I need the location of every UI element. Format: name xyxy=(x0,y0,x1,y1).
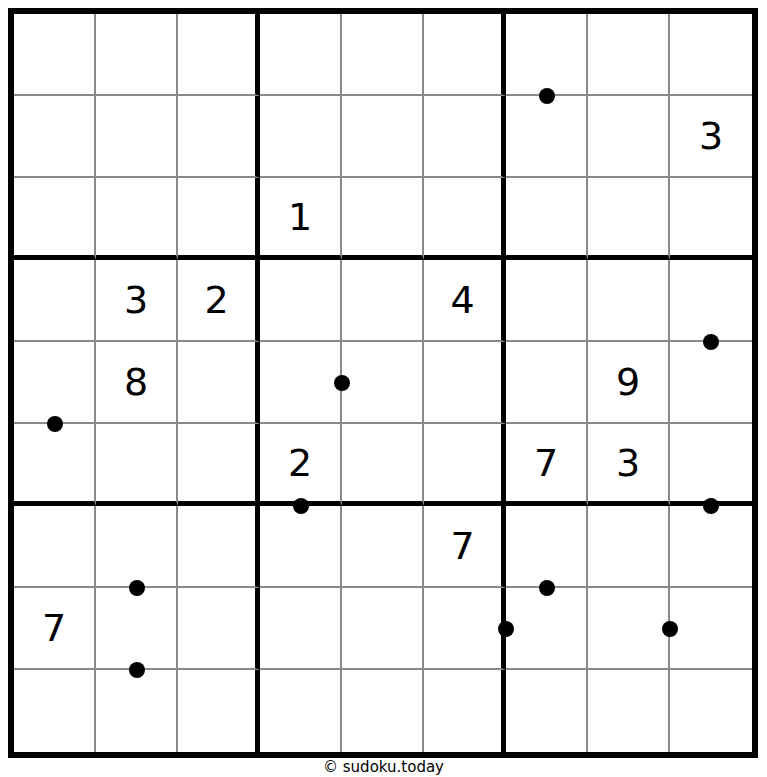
cell-r3c7[interactable] xyxy=(506,178,588,260)
cell-r5c3[interactable] xyxy=(178,342,260,424)
black-dot-R6C4-R7C4 xyxy=(293,498,309,514)
cell-r2c8[interactable] xyxy=(588,96,670,178)
cell-r6c1[interactable] xyxy=(14,424,96,506)
cell-r2c9-given: 3 xyxy=(670,96,752,178)
black-dot-R7C2-R8C2 xyxy=(129,580,145,596)
cell-r2c1[interactable] xyxy=(14,96,96,178)
cell-r6c6[interactable] xyxy=(424,424,506,506)
cell-r3c4-given: 1 xyxy=(260,178,342,260)
cell-r6c2[interactable] xyxy=(96,424,178,506)
cell-r5c1[interactable] xyxy=(14,342,96,424)
cell-r8c8[interactable] xyxy=(588,588,670,670)
cell-r3c3[interactable] xyxy=(178,178,260,260)
cell-r3c5[interactable] xyxy=(342,178,424,260)
cell-r7c7[interactable] xyxy=(506,506,588,588)
cell-r8c4[interactable] xyxy=(260,588,342,670)
cell-r7c1[interactable] xyxy=(14,506,96,588)
cell-r1c5[interactable] xyxy=(342,14,424,96)
cell-r9c3[interactable] xyxy=(178,670,260,752)
cell-r1c3[interactable] xyxy=(178,14,260,96)
sudoku-board: 313248927377 xyxy=(8,8,758,758)
black-dot-R5C4-R5C5 xyxy=(334,375,350,391)
cell-r9c1[interactable] xyxy=(14,670,96,752)
cell-r9c4[interactable] xyxy=(260,670,342,752)
black-dot-R4C9-R5C9 xyxy=(703,334,719,350)
cell-r1c6[interactable] xyxy=(424,14,506,96)
cell-r8c7[interactable] xyxy=(506,588,588,670)
cell-r5c4[interactable] xyxy=(260,342,342,424)
cell-r6c7-given: 7 xyxy=(506,424,588,506)
cell-r9c6[interactable] xyxy=(424,670,506,752)
cell-r9c9[interactable] xyxy=(670,670,752,752)
cell-r2c3[interactable] xyxy=(178,96,260,178)
cell-r7c3[interactable] xyxy=(178,506,260,588)
black-dot-R5C1-R6C1 xyxy=(47,416,63,432)
cell-r4c3-given: 2 xyxy=(178,260,260,342)
cell-r9c5[interactable] xyxy=(342,670,424,752)
copyright-text: © sudoku.today xyxy=(0,758,767,776)
cell-r5c2-given: 8 xyxy=(96,342,178,424)
black-dot-R6C9-R7C9 xyxy=(703,498,719,514)
cell-r2c4[interactable] xyxy=(260,96,342,178)
cell-r4c1[interactable] xyxy=(14,260,96,342)
cell-r8c6[interactable] xyxy=(424,588,506,670)
cell-r4c8[interactable] xyxy=(588,260,670,342)
cell-r8c2[interactable] xyxy=(96,588,178,670)
cell-r9c8[interactable] xyxy=(588,670,670,752)
cell-r2c6[interactable] xyxy=(424,96,506,178)
cell-r7c4[interactable] xyxy=(260,506,342,588)
cell-r3c2[interactable] xyxy=(96,178,178,260)
cell-r7c5[interactable] xyxy=(342,506,424,588)
cell-r8c9[interactable] xyxy=(670,588,752,670)
cell-r5c5[interactable] xyxy=(342,342,424,424)
cell-r7c8[interactable] xyxy=(588,506,670,588)
cell-r3c1[interactable] xyxy=(14,178,96,260)
cell-r9c7[interactable] xyxy=(506,670,588,752)
cell-r4c9[interactable] xyxy=(670,260,752,342)
cell-r3c8[interactable] xyxy=(588,178,670,260)
cell-r3c9[interactable] xyxy=(670,178,752,260)
black-dot-R7C7-R8C7 xyxy=(539,580,555,596)
cell-r2c2[interactable] xyxy=(96,96,178,178)
black-dot-R8C2-R9C2 xyxy=(129,662,145,678)
cell-r8c3[interactable] xyxy=(178,588,260,670)
cell-r4c7[interactable] xyxy=(506,260,588,342)
cell-r4c6-given: 4 xyxy=(424,260,506,342)
cell-r4c2-given: 3 xyxy=(96,260,178,342)
cell-r4c5[interactable] xyxy=(342,260,424,342)
cell-r1c4[interactable] xyxy=(260,14,342,96)
cell-r7c9[interactable] xyxy=(670,506,752,588)
cell-r6c3[interactable] xyxy=(178,424,260,506)
cell-r6c4-given: 2 xyxy=(260,424,342,506)
cell-r1c1[interactable] xyxy=(14,14,96,96)
cell-r6c8-given: 3 xyxy=(588,424,670,506)
cell-r8c1-given: 7 xyxy=(14,588,96,670)
cell-r1c9[interactable] xyxy=(670,14,752,96)
black-dot-R8C6-R8C7 xyxy=(498,621,514,637)
cell-r5c6[interactable] xyxy=(424,342,506,424)
cell-r3c6[interactable] xyxy=(424,178,506,260)
black-dot-R1C7-R2C7 xyxy=(539,88,555,104)
cell-r1c2[interactable] xyxy=(96,14,178,96)
cell-r7c2[interactable] xyxy=(96,506,178,588)
cell-r5c8-given: 9 xyxy=(588,342,670,424)
cell-r6c9[interactable] xyxy=(670,424,752,506)
cell-r8c5[interactable] xyxy=(342,588,424,670)
cell-r2c5[interactable] xyxy=(342,96,424,178)
black-dot-R8C8-R8C9 xyxy=(662,621,678,637)
cell-r5c7[interactable] xyxy=(506,342,588,424)
cell-r4c4[interactable] xyxy=(260,260,342,342)
cell-r9c2[interactable] xyxy=(96,670,178,752)
cell-r7c6-given: 7 xyxy=(424,506,506,588)
cell-r6c5[interactable] xyxy=(342,424,424,506)
cell-r1c8[interactable] xyxy=(588,14,670,96)
cell-r2c7[interactable] xyxy=(506,96,588,178)
cell-r1c7[interactable] xyxy=(506,14,588,96)
cell-r5c9[interactable] xyxy=(670,342,752,424)
